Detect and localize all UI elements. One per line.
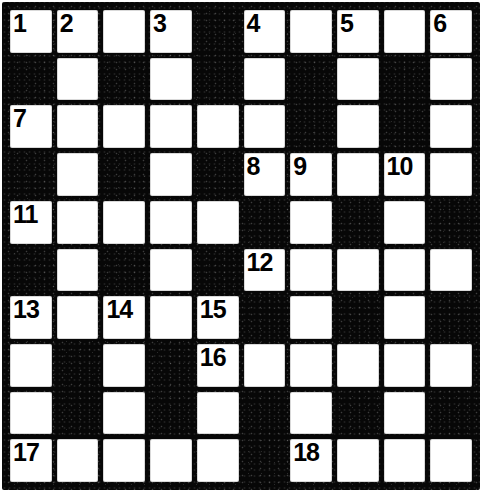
block-cell-r9c10 <box>430 392 472 435</box>
letter-cell-r1c10[interactable]: 6 <box>430 10 472 53</box>
block-cell-r3c7 <box>290 105 332 148</box>
clue-number-17: 17 <box>13 439 39 467</box>
letter-cell-r8c1[interactable] <box>10 344 52 387</box>
letter-cell-r1c8[interactable]: 5 <box>337 10 379 53</box>
clue-number-5: 5 <box>340 10 353 38</box>
block-cell-r8c4 <box>150 344 192 387</box>
block-cell-r2c5 <box>197 58 239 101</box>
letter-cell-r4c10[interactable] <box>430 153 472 196</box>
letter-cell-r3c6[interactable] <box>244 105 286 148</box>
clue-number-13: 13 <box>13 296 39 324</box>
letter-cell-r8c3[interactable] <box>103 344 145 387</box>
clue-number-14: 14 <box>106 296 132 324</box>
letter-cell-r7c7[interactable] <box>290 296 332 339</box>
block-cell-r1c5 <box>197 10 239 53</box>
letter-cell-r2c8[interactable] <box>337 58 379 101</box>
clue-number-7: 7 <box>13 105 26 133</box>
letter-cell-r6c10[interactable] <box>430 249 472 292</box>
letter-cell-r10c7[interactable]: 18 <box>290 439 332 482</box>
letter-cell-r4c6[interactable]: 8 <box>244 153 286 196</box>
letter-cell-r2c4[interactable] <box>150 58 192 101</box>
letter-cell-r2c10[interactable] <box>430 58 472 101</box>
letter-cell-r3c2[interactable] <box>57 105 99 148</box>
letter-cell-r5c1[interactable]: 11 <box>10 201 52 244</box>
clue-number-3: 3 <box>153 10 166 38</box>
letter-cell-r10c5[interactable] <box>197 439 239 482</box>
block-cell-r2c3 <box>103 58 145 101</box>
letter-cell-r4c7[interactable]: 9 <box>290 153 332 196</box>
letter-cell-r2c2[interactable] <box>57 58 99 101</box>
letter-cell-r1c2[interactable]: 2 <box>57 10 99 53</box>
letter-cell-r7c5[interactable]: 15 <box>197 296 239 339</box>
letter-cell-r9c5[interactable] <box>197 392 239 435</box>
letter-cell-r10c9[interactable] <box>384 439 426 482</box>
clue-number-11: 11 <box>13 201 37 229</box>
letter-cell-r9c7[interactable] <box>290 392 332 435</box>
crossword-board: 123456789101112131415161718 <box>2 2 480 490</box>
letter-cell-r1c7[interactable] <box>290 10 332 53</box>
block-cell-r9c6 <box>244 392 286 435</box>
clue-number-16: 16 <box>200 344 226 372</box>
block-cell-r7c6 <box>244 296 286 339</box>
letter-cell-r7c4[interactable] <box>150 296 192 339</box>
letter-cell-r8c10[interactable] <box>430 344 472 387</box>
block-cell-r9c8 <box>337 392 379 435</box>
letter-cell-r10c2[interactable] <box>57 439 99 482</box>
block-cell-r7c8 <box>337 296 379 339</box>
letter-cell-r5c2[interactable] <box>57 201 99 244</box>
block-cell-r6c3 <box>103 249 145 292</box>
letter-cell-r10c1[interactable]: 17 <box>10 439 52 482</box>
letter-cell-r7c9[interactable] <box>384 296 426 339</box>
block-cell-r7c10 <box>430 296 472 339</box>
clue-number-1: 1 <box>13 10 26 38</box>
letter-cell-r5c5[interactable] <box>197 201 239 244</box>
letter-cell-r4c2[interactable] <box>57 153 99 196</box>
letter-cell-r3c1[interactable]: 7 <box>10 105 52 148</box>
letter-cell-r6c2[interactable] <box>57 249 99 292</box>
letter-cell-r6c9[interactable] <box>384 249 426 292</box>
letter-cell-r10c4[interactable] <box>150 439 192 482</box>
letter-cell-r3c5[interactable] <box>197 105 239 148</box>
letter-cell-r3c10[interactable] <box>430 105 472 148</box>
letter-cell-r7c2[interactable] <box>57 296 99 339</box>
block-cell-r4c3 <box>103 153 145 196</box>
clue-number-15: 15 <box>200 296 226 324</box>
letter-cell-r3c3[interactable] <box>103 105 145 148</box>
clue-number-10: 10 <box>387 153 413 181</box>
letter-cell-r10c8[interactable] <box>337 439 379 482</box>
letter-cell-r4c4[interactable] <box>150 153 192 196</box>
block-cell-r6c1 <box>10 249 52 292</box>
letter-cell-r6c8[interactable] <box>337 249 379 292</box>
block-cell-r5c10 <box>430 201 472 244</box>
block-cell-r9c2 <box>57 392 99 435</box>
letter-cell-r5c4[interactable] <box>150 201 192 244</box>
clue-number-2: 2 <box>60 10 73 38</box>
block-cell-r4c1 <box>10 153 52 196</box>
block-cell-r8c2 <box>57 344 99 387</box>
letter-cell-r8c6[interactable] <box>244 344 286 387</box>
block-cell-r2c1 <box>10 58 52 101</box>
letter-cell-r8c5[interactable]: 16 <box>197 344 239 387</box>
letter-cell-r5c9[interactable] <box>384 201 426 244</box>
letter-cell-r1c9[interactable] <box>384 10 426 53</box>
block-cell-r5c8 <box>337 201 379 244</box>
clue-number-18: 18 <box>293 439 319 467</box>
clue-number-6: 6 <box>433 10 446 38</box>
letter-cell-r6c6[interactable]: 12 <box>244 249 286 292</box>
letter-cell-r1c4[interactable]: 3 <box>150 10 192 53</box>
letter-cell-r5c3[interactable] <box>103 201 145 244</box>
block-cell-r5c6 <box>244 201 286 244</box>
letter-cell-r10c10[interactable] <box>430 439 472 482</box>
block-cell-r2c9 <box>384 58 426 101</box>
block-cell-r2c7 <box>290 58 332 101</box>
letter-cell-r8c7[interactable] <box>290 344 332 387</box>
letter-cell-r2c6[interactable] <box>244 58 286 101</box>
letter-cell-r3c4[interactable] <box>150 105 192 148</box>
letter-cell-r9c3[interactable] <box>103 392 145 435</box>
clue-number-9: 9 <box>293 153 306 181</box>
letter-cell-r9c1[interactable] <box>10 392 52 435</box>
block-cell-r6c5 <box>197 249 239 292</box>
block-cell-r4c5 <box>197 153 239 196</box>
block-cell-r9c4 <box>150 392 192 435</box>
clue-number-12: 12 <box>247 249 273 277</box>
clue-number-8: 8 <box>247 153 260 181</box>
letter-cell-r7c3[interactable]: 14 <box>103 296 145 339</box>
letter-cell-r5c7[interactable] <box>290 201 332 244</box>
letter-cell-r1c3[interactable] <box>103 10 145 53</box>
letter-cell-r9c9[interactable] <box>384 392 426 435</box>
clue-number-4: 4 <box>247 10 260 38</box>
letter-cell-r4c9[interactable]: 10 <box>384 153 426 196</box>
letter-cell-r8c8[interactable] <box>337 344 379 387</box>
letter-cell-r6c4[interactable] <box>150 249 192 292</box>
letter-cell-r3c8[interactable] <box>337 105 379 148</box>
block-cell-r3c9 <box>384 105 426 148</box>
letter-cell-r4c8[interactable] <box>337 153 379 196</box>
letter-cell-r7c1[interactable]: 13 <box>10 296 52 339</box>
letter-cell-r8c9[interactable] <box>384 344 426 387</box>
block-cell-r10c6 <box>244 439 286 482</box>
letter-cell-r1c1[interactable]: 1 <box>10 10 52 53</box>
letter-cell-r10c3[interactable] <box>103 439 145 482</box>
letter-cell-r6c7[interactable] <box>290 249 332 292</box>
letter-cell-r1c6[interactable]: 4 <box>244 10 286 53</box>
